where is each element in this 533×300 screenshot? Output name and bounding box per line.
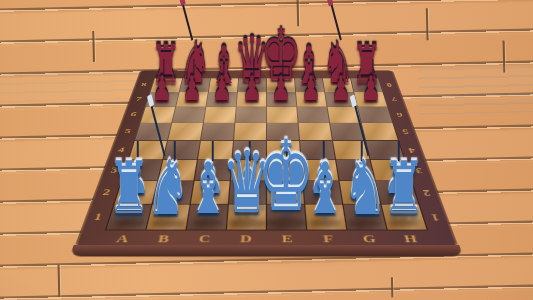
piece-blue-rook-h1[interactable]: ♜ <box>383 153 425 225</box>
piece-red-pawn-h7[interactable]: ♟ <box>361 72 381 106</box>
piece-blue-bishop-f1[interactable]: ♝ <box>305 155 347 226</box>
piece-red-pawn-f7[interactable]: ♟ <box>301 72 321 106</box>
spear-icon <box>342 58 343 74</box>
plank-seam <box>58 265 61 297</box>
piece-red-pawn-g7[interactable]: ♟ <box>331 72 351 106</box>
square-b6[interactable] <box>172 107 205 123</box>
piece-red-pawn-e7[interactable]: ♟ <box>271 72 291 106</box>
spear-icon <box>223 58 224 74</box>
plank-seam <box>92 31 95 62</box>
spear-icon <box>312 58 313 74</box>
piece-red-pawn-c7[interactable]: ♟ <box>212 72 232 106</box>
scene: ABCDEFGH 87654321 87654321 ♜♜♞♞♝♝♛♛♚♚♝♝♞… <box>0 0 533 300</box>
piece-red-pawn-b7[interactable]: ♟ <box>182 72 202 106</box>
square-a6[interactable] <box>141 107 175 123</box>
plank-seam <box>391 277 393 297</box>
plank-seam <box>426 8 429 40</box>
piece-red-pawn-a7[interactable]: ♟ <box>152 72 172 106</box>
square-a5[interactable] <box>135 123 171 140</box>
spear-icon <box>193 58 194 74</box>
square-b5[interactable] <box>168 123 203 140</box>
square-h6[interactable] <box>358 107 392 123</box>
board-front-edge <box>69 245 463 257</box>
piece-red-pawn-d7[interactable]: ♟ <box>242 72 262 106</box>
spear-icon <box>372 58 373 74</box>
piece-blue-knight-g1[interactable]: ♞ <box>343 150 388 226</box>
spear-icon <box>253 58 254 74</box>
square-c6[interactable] <box>204 107 236 123</box>
piece-blue-knight-b1[interactable]: ♞ <box>146 150 191 226</box>
square-h5[interactable] <box>362 123 398 140</box>
wood-weathering-streak <box>418 66 533 115</box>
piece-blue-rook-a1[interactable]: ♜ <box>108 153 150 225</box>
